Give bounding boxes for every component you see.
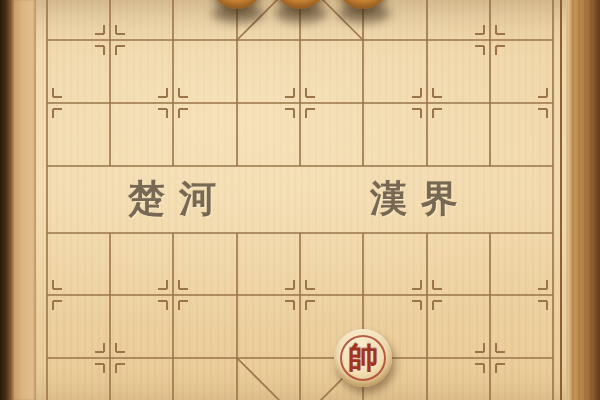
piece-red-general[interactable]: 帥 [334, 329, 392, 387]
board-grid-lines [0, 0, 600, 400]
river-label-han-jie: 漢界 [356, 174, 472, 224]
board-left-edge [0, 0, 14, 400]
river-label-chu-he: 楚河 [114, 174, 230, 224]
red-general-glyph: 帥 [334, 329, 392, 387]
board-left-margin [14, 0, 36, 400]
board-right-edge [566, 0, 600, 400]
xiangqi-board[interactable]: 楚河 漢界 帥 [0, 0, 600, 400]
